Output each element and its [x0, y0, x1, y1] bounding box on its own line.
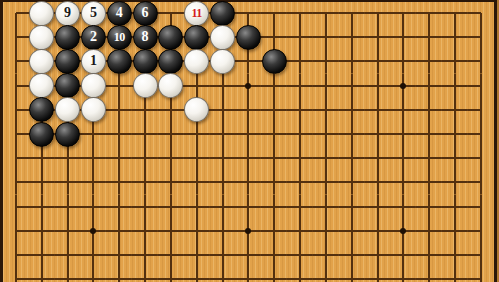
board-cell[interactable]	[55, 195, 81, 219]
board-cell[interactable]	[80, 267, 106, 282]
board-cell[interactable]	[261, 146, 287, 170]
move-number: 10	[114, 31, 125, 43]
board-cell[interactable]	[468, 219, 494, 243]
board-cell[interactable]	[3, 74, 29, 98]
board-cell[interactable]	[390, 49, 416, 73]
board-cell[interactable]	[365, 170, 391, 194]
black-stone	[55, 25, 80, 50]
black-stone	[55, 122, 80, 147]
board-cell[interactable]	[339, 98, 365, 122]
board-cell[interactable]	[132, 122, 158, 146]
board-cell[interactable]	[365, 49, 391, 73]
board-grid: 95461121081	[3, 1, 494, 282]
board-cell[interactable]	[3, 25, 29, 49]
white-stone	[55, 97, 80, 122]
board-cell[interactable]	[132, 74, 158, 98]
white-stone	[184, 49, 209, 74]
board-cell[interactable]	[3, 146, 29, 170]
board-cell[interactable]	[55, 146, 81, 170]
board-cell[interactable]	[158, 146, 184, 170]
white-stone	[133, 73, 158, 98]
board-cell[interactable]	[365, 219, 391, 243]
move-number: 2	[90, 30, 97, 44]
board-cell[interactable]	[416, 219, 442, 243]
board-cell[interactable]	[132, 49, 158, 73]
board-cell[interactable]	[442, 146, 468, 170]
board-cell[interactable]	[106, 74, 132, 98]
board-cell[interactable]	[468, 170, 494, 194]
board-cell[interactable]	[390, 146, 416, 170]
board-cell[interactable]	[313, 74, 339, 98]
board-cell[interactable]: 9	[55, 1, 81, 25]
board-cell[interactable]	[390, 170, 416, 194]
board-cell[interactable]	[235, 219, 261, 243]
white-stone	[158, 73, 183, 98]
black-stone	[133, 49, 158, 74]
board-cell[interactable]	[29, 219, 55, 243]
board-cell[interactable]	[442, 74, 468, 98]
board-cell[interactable]	[339, 1, 365, 25]
board-cell[interactable]	[3, 170, 29, 194]
board-cell[interactable]	[158, 98, 184, 122]
board-cell[interactable]	[287, 243, 313, 267]
board-cell[interactable]	[261, 25, 287, 49]
board-cell[interactable]	[287, 25, 313, 49]
board-cell[interactable]	[132, 170, 158, 194]
board-cell[interactable]	[184, 49, 210, 73]
black-stone	[262, 49, 287, 74]
board-cell[interactable]	[29, 267, 55, 282]
black-stone	[29, 122, 54, 147]
board-cell[interactable]	[416, 122, 442, 146]
board-cell[interactable]: 8	[132, 25, 158, 49]
board-cell[interactable]	[313, 49, 339, 73]
black-stone: 8	[133, 25, 158, 50]
board-cell[interactable]	[287, 170, 313, 194]
board-cell[interactable]	[210, 25, 236, 49]
board-cell[interactable]	[29, 146, 55, 170]
board-cell[interactable]	[3, 195, 29, 219]
board-cell[interactable]	[132, 195, 158, 219]
board-cell[interactable]	[3, 98, 29, 122]
move-number: 9	[64, 6, 71, 20]
board-cell[interactable]	[313, 243, 339, 267]
board-cell[interactable]	[55, 267, 81, 282]
board-cell[interactable]	[365, 98, 391, 122]
board-cell[interactable]	[416, 1, 442, 25]
board-cell[interactable]: 4	[106, 1, 132, 25]
board-cell[interactable]	[80, 219, 106, 243]
board-cell[interactable]	[184, 243, 210, 267]
move-number: 6	[142, 6, 149, 20]
board-cell[interactable]	[80, 243, 106, 267]
board-cell[interactable]	[468, 243, 494, 267]
board-cell[interactable]	[390, 219, 416, 243]
board-cell[interactable]	[3, 219, 29, 243]
board-cell[interactable]	[442, 219, 468, 243]
board-cell[interactable]	[287, 49, 313, 73]
board-cell[interactable]	[261, 98, 287, 122]
board-cell[interactable]	[132, 267, 158, 282]
board-cell[interactable]	[235, 25, 261, 49]
board-cell[interactable]	[106, 170, 132, 194]
board-cell[interactable]	[235, 49, 261, 73]
board-cell[interactable]	[261, 170, 287, 194]
board-cell[interactable]	[313, 25, 339, 49]
board-cell[interactable]	[235, 1, 261, 25]
board-cell[interactable]	[184, 74, 210, 98]
board-cell[interactable]	[313, 219, 339, 243]
board-cell[interactable]	[468, 146, 494, 170]
board-cell[interactable]	[442, 243, 468, 267]
board-cell[interactable]	[261, 1, 287, 25]
board-cell[interactable]	[210, 1, 236, 25]
board-cell[interactable]	[106, 98, 132, 122]
board-cell[interactable]	[106, 49, 132, 73]
board-cell[interactable]	[313, 98, 339, 122]
board-cell[interactable]	[132, 243, 158, 267]
board-cell[interactable]	[416, 25, 442, 49]
board-cell[interactable]	[29, 1, 55, 25]
board-cell[interactable]	[210, 122, 236, 146]
board-cell[interactable]	[158, 195, 184, 219]
board-cell[interactable]	[80, 195, 106, 219]
board-cell[interactable]	[468, 49, 494, 73]
board-cell[interactable]	[29, 74, 55, 98]
board-cell[interactable]	[313, 1, 339, 25]
board-cell[interactable]	[442, 267, 468, 282]
board-cell[interactable]	[29, 243, 55, 267]
board-cell[interactable]	[339, 267, 365, 282]
board-cell[interactable]	[158, 243, 184, 267]
board-cell[interactable]	[416, 98, 442, 122]
board-cell[interactable]	[313, 122, 339, 146]
board-cell[interactable]	[339, 122, 365, 146]
goban-diagram: 95461121081	[0, 0, 499, 282]
white-stone	[81, 97, 106, 122]
board-cell[interactable]	[390, 122, 416, 146]
board-cell[interactable]	[235, 98, 261, 122]
board-cell[interactable]	[416, 170, 442, 194]
board-cell[interactable]	[468, 74, 494, 98]
board-cell[interactable]	[390, 195, 416, 219]
board-cell[interactable]	[184, 267, 210, 282]
board-cell[interactable]	[106, 122, 132, 146]
board-cell[interactable]	[158, 122, 184, 146]
board-cell[interactable]	[184, 25, 210, 49]
board-cell[interactable]	[365, 74, 391, 98]
board-cell[interactable]	[365, 146, 391, 170]
black-stone: 2	[81, 25, 106, 50]
board-cell[interactable]	[55, 25, 81, 49]
board-cell[interactable]	[365, 243, 391, 267]
board-cell[interactable]	[261, 219, 287, 243]
board-cell[interactable]	[3, 122, 29, 146]
board-cell[interactable]	[158, 74, 184, 98]
board-cell[interactable]	[80, 146, 106, 170]
board-cell[interactable]	[442, 170, 468, 194]
board-cell[interactable]	[55, 122, 81, 146]
board-cell[interactable]	[416, 243, 442, 267]
board-cell[interactable]: 6	[132, 1, 158, 25]
board-cell[interactable]	[210, 146, 236, 170]
board-cell[interactable]	[3, 1, 29, 25]
board-cell[interactable]: 10	[106, 25, 132, 49]
board-cell[interactable]	[80, 98, 106, 122]
board-cell[interactable]	[80, 170, 106, 194]
board-cell[interactable]	[287, 74, 313, 98]
white-stone	[29, 1, 54, 26]
board-cell[interactable]	[29, 49, 55, 73]
board-cell[interactable]	[287, 1, 313, 25]
board-cell[interactable]	[442, 122, 468, 146]
board-cell[interactable]	[55, 170, 81, 194]
board-cell[interactable]	[235, 195, 261, 219]
board-cell[interactable]	[287, 195, 313, 219]
board-cell[interactable]	[261, 243, 287, 267]
board-cell[interactable]	[210, 195, 236, 219]
board-cell[interactable]	[80, 74, 106, 98]
move-number: 5	[90, 6, 97, 20]
board-cell[interactable]	[261, 195, 287, 219]
board-cell[interactable]	[287, 98, 313, 122]
board-cell[interactable]	[442, 1, 468, 25]
board-cell[interactable]	[210, 170, 236, 194]
board-cell[interactable]	[106, 267, 132, 282]
move-number: 4	[116, 6, 123, 20]
black-stone: 6	[133, 1, 158, 26]
board-cell[interactable]	[184, 219, 210, 243]
board-cell[interactable]	[390, 74, 416, 98]
board-cell[interactable]	[55, 74, 81, 98]
board-cell[interactable]	[184, 122, 210, 146]
board-cell[interactable]	[184, 146, 210, 170]
board-cell[interactable]	[235, 74, 261, 98]
black-stone: 10	[107, 25, 132, 50]
black-stone: 4	[107, 1, 132, 26]
board-cell[interactable]	[365, 122, 391, 146]
black-stone	[107, 49, 132, 74]
board-cell[interactable]	[287, 219, 313, 243]
white-stone	[29, 73, 54, 98]
board-cell[interactable]	[339, 74, 365, 98]
board-cell[interactable]	[339, 219, 365, 243]
board-cell[interactable]	[313, 195, 339, 219]
board-cell[interactable]	[132, 98, 158, 122]
board-cell[interactable]	[442, 25, 468, 49]
board-cell[interactable]	[80, 122, 106, 146]
black-stone	[236, 25, 261, 50]
board-cell[interactable]	[158, 219, 184, 243]
board-cell[interactable]	[235, 243, 261, 267]
white-stone: 5	[81, 1, 106, 26]
board-cell[interactable]	[158, 1, 184, 25]
board-cell[interactable]	[365, 1, 391, 25]
board-cell[interactable]	[468, 25, 494, 49]
board-cell[interactable]	[468, 1, 494, 25]
board-cell[interactable]	[416, 49, 442, 73]
black-stone	[29, 97, 54, 122]
board-cell[interactable]	[287, 267, 313, 282]
black-stone	[55, 49, 80, 74]
board-cell[interactable]	[442, 195, 468, 219]
white-stone: 1	[81, 49, 106, 74]
board-cell[interactable]	[390, 25, 416, 49]
board-cell[interactable]	[184, 195, 210, 219]
board-cell[interactable]	[55, 98, 81, 122]
board-cell[interactable]	[365, 25, 391, 49]
board-cell[interactable]	[210, 267, 236, 282]
board-cell[interactable]	[390, 267, 416, 282]
board-cell[interactable]	[29, 170, 55, 194]
black-stone	[184, 25, 209, 50]
board-cell[interactable]	[158, 25, 184, 49]
board-cell[interactable]	[339, 195, 365, 219]
board-cell[interactable]	[3, 49, 29, 73]
move-number: 11	[192, 7, 202, 19]
board-cell[interactable]	[158, 49, 184, 73]
board-cell[interactable]	[261, 267, 287, 282]
board-cell[interactable]	[184, 98, 210, 122]
board-cell[interactable]	[442, 98, 468, 122]
black-stone	[158, 49, 183, 74]
board-cell[interactable]	[210, 74, 236, 98]
white-stone	[29, 25, 54, 50]
board-cell[interactable]	[339, 25, 365, 49]
board-face: 95461121081	[3, 2, 494, 282]
white-stone: 9	[55, 1, 80, 26]
board-cell[interactable]	[468, 98, 494, 122]
board-cell[interactable]	[416, 195, 442, 219]
board-cell[interactable]	[55, 219, 81, 243]
board-cell[interactable]	[210, 98, 236, 122]
board-cell[interactable]	[313, 267, 339, 282]
board-cell[interactable]: 2	[80, 25, 106, 49]
board-cell[interactable]	[210, 49, 236, 73]
board-cell[interactable]	[339, 243, 365, 267]
board-cell[interactable]	[235, 170, 261, 194]
board-cell[interactable]	[313, 170, 339, 194]
board-cell[interactable]	[468, 195, 494, 219]
move-number: 8	[142, 30, 149, 44]
board-cell[interactable]	[235, 146, 261, 170]
board-cell[interactable]	[365, 267, 391, 282]
board-cell[interactable]	[261, 122, 287, 146]
board-cell[interactable]	[365, 195, 391, 219]
board-cell[interactable]: 1	[80, 49, 106, 73]
board-cell[interactable]	[442, 49, 468, 73]
board-cell[interactable]	[339, 49, 365, 73]
board-cell[interactable]	[106, 219, 132, 243]
board-cell[interactable]	[29, 122, 55, 146]
board-cell[interactable]	[261, 74, 287, 98]
board-cell[interactable]	[416, 74, 442, 98]
board-cell[interactable]	[287, 146, 313, 170]
white-stone	[210, 25, 235, 50]
board-cell[interactable]	[468, 122, 494, 146]
board-cell[interactable]	[390, 98, 416, 122]
board-cell[interactable]	[132, 219, 158, 243]
board-cell[interactable]	[29, 25, 55, 49]
board-cell[interactable]	[313, 146, 339, 170]
board-cell[interactable]	[210, 243, 236, 267]
move-number: 1	[90, 54, 97, 68]
board-cell[interactable]	[184, 170, 210, 194]
board-cell[interactable]	[261, 49, 287, 73]
board-cell[interactable]	[106, 243, 132, 267]
board-cell[interactable]	[416, 267, 442, 282]
white-stone	[29, 49, 54, 74]
board-cell[interactable]	[390, 243, 416, 267]
board-cell[interactable]	[158, 170, 184, 194]
board-cell[interactable]	[339, 170, 365, 194]
board-cell[interactable]	[468, 267, 494, 282]
black-stone	[55, 73, 80, 98]
board-cell[interactable]	[235, 267, 261, 282]
board-cell[interactable]	[158, 267, 184, 282]
board-cell[interactable]	[390, 1, 416, 25]
white-stone	[184, 97, 209, 122]
board-cell[interactable]	[106, 195, 132, 219]
white-stone: 11	[184, 1, 209, 26]
board-cell[interactable]: 5	[80, 1, 106, 25]
board-cell[interactable]	[210, 219, 236, 243]
board-cell[interactable]	[287, 122, 313, 146]
board-cell[interactable]	[235, 122, 261, 146]
board-cell[interactable]	[55, 49, 81, 73]
board-cell[interactable]: 11	[184, 1, 210, 25]
board-cell[interactable]	[55, 243, 81, 267]
white-stone	[210, 49, 235, 74]
board-cell[interactable]	[29, 195, 55, 219]
black-stone	[210, 1, 235, 26]
board-cell[interactable]	[3, 243, 29, 267]
board-cell[interactable]	[29, 98, 55, 122]
board-cell[interactable]	[132, 146, 158, 170]
black-stone	[158, 25, 183, 50]
board-cell[interactable]	[339, 146, 365, 170]
board-cell[interactable]	[3, 267, 29, 282]
white-stone	[81, 73, 106, 98]
board-cell[interactable]	[106, 146, 132, 170]
board-cell[interactable]	[416, 146, 442, 170]
